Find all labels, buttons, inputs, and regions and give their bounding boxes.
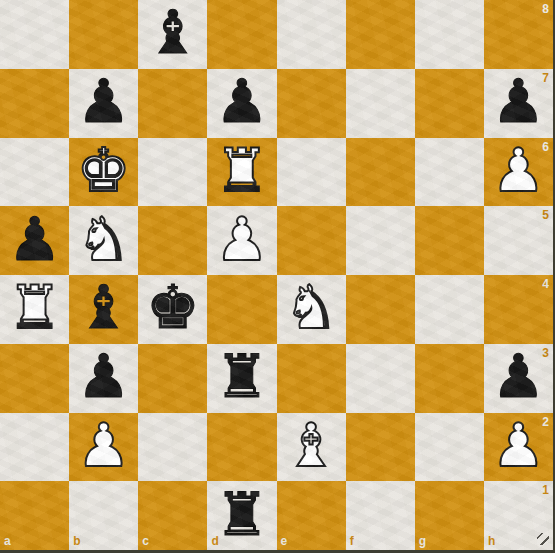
square-b6[interactable]: ♚ (69, 138, 138, 207)
square-h5[interactable]: 5 (484, 206, 553, 275)
rank-label-3: 3 (542, 347, 549, 359)
rank-label-6: 6 (542, 141, 549, 153)
square-a8[interactable] (0, 0, 69, 69)
square-b7[interactable]: ♟ (69, 69, 138, 138)
square-e8[interactable] (277, 0, 346, 69)
rank-label-4: 4 (542, 278, 549, 290)
square-h2[interactable]: ♟2 (484, 413, 553, 482)
square-f2[interactable] (346, 413, 415, 482)
piece-black-pawn-d7[interactable]: ♟ (215, 71, 269, 131)
square-a1[interactable]: a (0, 481, 69, 550)
rank-label-8: 8 (542, 3, 549, 15)
square-b2[interactable]: ♟ (69, 413, 138, 482)
rank-label-2: 2 (542, 416, 549, 428)
square-d7[interactable]: ♟ (207, 69, 276, 138)
square-d1[interactable]: ♜d (207, 481, 276, 550)
square-e3[interactable] (277, 344, 346, 413)
square-c4[interactable]: ♚ (138, 275, 207, 344)
square-g5[interactable] (415, 206, 484, 275)
square-g4[interactable] (415, 275, 484, 344)
square-f3[interactable] (346, 344, 415, 413)
file-label-e: e (281, 535, 288, 547)
piece-white-knight-b5[interactable]: ♞ (77, 209, 131, 269)
square-c2[interactable] (138, 413, 207, 482)
square-h6[interactable]: ♟6 (484, 138, 553, 207)
square-a3[interactable] (0, 344, 69, 413)
square-a4[interactable]: ♜ (0, 275, 69, 344)
file-label-g: g (419, 535, 426, 547)
piece-black-pawn-b7[interactable]: ♟ (77, 71, 131, 131)
square-c8[interactable]: ♝ (138, 0, 207, 69)
piece-black-pawn-b3[interactable]: ♟ (77, 346, 131, 406)
square-h4[interactable]: 4 (484, 275, 553, 344)
piece-black-pawn-h3[interactable]: ♟ (492, 346, 546, 406)
square-c7[interactable] (138, 69, 207, 138)
square-c3[interactable] (138, 344, 207, 413)
square-g2[interactable] (415, 413, 484, 482)
file-label-b: b (73, 535, 80, 547)
square-b1[interactable]: b (69, 481, 138, 550)
square-d8[interactable] (207, 0, 276, 69)
file-label-h: h (488, 535, 495, 547)
piece-black-pawn-a5[interactable]: ♟ (8, 209, 62, 269)
piece-black-rook-d3[interactable]: ♜ (215, 346, 269, 406)
piece-white-king-b6[interactable]: ♚ (77, 140, 131, 200)
piece-black-bishop-b4[interactable]: ♝ (77, 277, 131, 337)
piece-white-pawn-d5[interactable]: ♟ (215, 209, 269, 269)
square-e6[interactable] (277, 138, 346, 207)
square-c1[interactable]: c (138, 481, 207, 550)
square-f4[interactable] (346, 275, 415, 344)
square-e4[interactable]: ♞ (277, 275, 346, 344)
square-e5[interactable] (277, 206, 346, 275)
square-e1[interactable]: e (277, 481, 346, 550)
square-h7[interactable]: ♟7 (484, 69, 553, 138)
square-b4[interactable]: ♝ (69, 275, 138, 344)
square-f6[interactable] (346, 138, 415, 207)
square-g1[interactable]: g (415, 481, 484, 550)
square-f8[interactable] (346, 0, 415, 69)
chess-board: ♝8♟♟♟7♚♜♟6♟♞♟5♜♝♚♞4♟♜♟3♟♝♟2abc♜defg1h (0, 0, 555, 553)
piece-white-pawn-h6[interactable]: ♟ (492, 140, 546, 200)
piece-white-rook-d6[interactable]: ♜ (215, 140, 269, 200)
rank-label-1: 1 (542, 484, 549, 496)
piece-white-rook-a4[interactable]: ♜ (8, 277, 62, 337)
piece-black-rook-d1[interactable]: ♜ (215, 484, 269, 544)
file-label-c: c (142, 535, 149, 547)
file-label-a: a (4, 535, 11, 547)
square-d3[interactable]: ♜ (207, 344, 276, 413)
square-f7[interactable] (346, 69, 415, 138)
square-c5[interactable] (138, 206, 207, 275)
rank-label-5: 5 (542, 209, 549, 221)
piece-white-pawn-h2[interactable]: ♟ (492, 415, 546, 475)
file-label-f: f (350, 535, 354, 547)
piece-white-pawn-b2[interactable]: ♟ (77, 415, 131, 475)
piece-black-pawn-h7[interactable]: ♟ (492, 71, 546, 131)
square-a2[interactable] (0, 413, 69, 482)
square-g8[interactable] (415, 0, 484, 69)
square-g3[interactable] (415, 344, 484, 413)
square-b8[interactable] (69, 0, 138, 69)
square-b3[interactable]: ♟ (69, 344, 138, 413)
square-g6[interactable] (415, 138, 484, 207)
square-d6[interactable]: ♜ (207, 138, 276, 207)
square-d4[interactable] (207, 275, 276, 344)
square-c6[interactable] (138, 138, 207, 207)
piece-white-bishop-e2[interactable]: ♝ (284, 415, 338, 475)
square-a7[interactable] (0, 69, 69, 138)
piece-black-king-c4[interactable]: ♚ (146, 277, 200, 337)
square-d2[interactable] (207, 413, 276, 482)
square-h8[interactable]: 8 (484, 0, 553, 69)
piece-white-knight-e4[interactable]: ♞ (284, 277, 338, 337)
square-e2[interactable]: ♝ (277, 413, 346, 482)
square-d5[interactable]: ♟ (207, 206, 276, 275)
square-g7[interactable] (415, 69, 484, 138)
square-h3[interactable]: ♟3 (484, 344, 553, 413)
square-f1[interactable]: f (346, 481, 415, 550)
piece-black-bishop-c8[interactable]: ♝ (146, 2, 200, 62)
square-f5[interactable] (346, 206, 415, 275)
square-b5[interactable]: ♞ (69, 206, 138, 275)
square-e7[interactable] (277, 69, 346, 138)
rank-label-7: 7 (542, 72, 549, 84)
square-a5[interactable]: ♟ (0, 206, 69, 275)
file-label-d: d (211, 535, 218, 547)
square-a6[interactable] (0, 138, 69, 207)
board-resize-handle-icon[interactable] (537, 533, 549, 545)
